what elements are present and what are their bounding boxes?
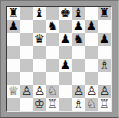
square-e6[interactable]: ♟ — [59, 33, 72, 46]
black-rook-a8[interactable]: ♜ — [8, 7, 19, 20]
square-a4[interactable] — [7, 59, 20, 72]
square-b4[interactable] — [20, 59, 33, 72]
square-h3[interactable] — [98, 72, 111, 85]
square-a2[interactable]: ♕ — [7, 85, 20, 98]
square-a6[interactable] — [7, 33, 20, 46]
white-knight-d2[interactable]: ♘ — [47, 85, 58, 98]
square-g1[interactable]: ♘ — [85, 98, 98, 111]
white-knight-g1[interactable]: ♘ — [86, 98, 97, 111]
square-c4[interactable] — [33, 59, 46, 72]
square-b8[interactable] — [20, 7, 33, 20]
square-e1[interactable] — [59, 98, 72, 111]
white-king-c1[interactable]: ♔ — [34, 98, 45, 111]
square-h2[interactable]: ♙ — [98, 85, 111, 98]
square-c8[interactable]: ♝ — [33, 7, 46, 20]
black-pawn-e6[interactable]: ♟ — [60, 33, 71, 46]
square-g3[interactable] — [85, 72, 98, 85]
square-c5[interactable] — [33, 46, 46, 59]
square-d4[interactable] — [46, 59, 59, 72]
square-c2[interactable]: ♙ — [33, 85, 46, 98]
square-b7[interactable] — [20, 20, 33, 33]
square-f2[interactable]: ♙ — [72, 85, 85, 98]
square-h4[interactable]: ♗ — [98, 59, 111, 72]
square-e5[interactable] — [59, 46, 72, 59]
square-f8[interactable]: ♝ — [72, 7, 85, 20]
black-bishop-f8[interactable]: ♝ — [73, 7, 84, 20]
square-e7[interactable] — [59, 20, 72, 33]
white-pawn-h2[interactable]: ♙ — [99, 85, 110, 98]
square-c1[interactable]: ♔ — [33, 98, 46, 111]
square-h6[interactable]: ♟ — [98, 33, 111, 46]
white-pawn-b2[interactable]: ♙ — [21, 85, 32, 98]
square-c3[interactable] — [33, 72, 46, 85]
black-queen-c6[interactable]: ♛ — [34, 33, 45, 46]
black-rook-h8[interactable]: ♜ — [99, 7, 110, 20]
square-b3[interactable] — [20, 72, 33, 85]
white-pawn-f2[interactable]: ♙ — [73, 85, 84, 98]
square-e8[interactable]: ♚ — [59, 7, 72, 20]
white-rook-d1[interactable]: ♖ — [47, 98, 58, 111]
square-b1[interactable] — [20, 98, 33, 111]
square-b5[interactable] — [20, 46, 33, 59]
square-d6[interactable] — [46, 33, 59, 46]
black-king-e8[interactable]: ♚ — [60, 7, 71, 20]
square-e4[interactable]: ♟ — [59, 59, 72, 72]
square-f3[interactable] — [72, 72, 85, 85]
square-h1[interactable]: ♖ — [98, 98, 111, 111]
square-f1[interactable]: ♗ — [72, 98, 85, 111]
square-d7[interactable]: ♞ — [46, 20, 59, 33]
square-a8[interactable]: ♜ — [7, 7, 20, 20]
white-rook-h1[interactable]: ♖ — [99, 98, 110, 111]
black-knight-d7[interactable]: ♞ — [47, 20, 58, 33]
black-pawn-h6[interactable]: ♟ — [99, 33, 110, 46]
square-c7[interactable] — [33, 20, 46, 33]
white-pawn-c2[interactable]: ♙ — [34, 85, 45, 98]
square-a1[interactable] — [7, 98, 20, 111]
square-a3[interactable] — [7, 72, 20, 85]
square-a7[interactable]: ♟ — [7, 20, 20, 33]
black-pawn-a7[interactable]: ♟ — [8, 20, 19, 33]
square-b6[interactable] — [20, 33, 33, 46]
square-e3[interactable] — [59, 72, 72, 85]
square-h8[interactable]: ♜ — [98, 7, 111, 20]
square-g2[interactable]: ♙ — [85, 85, 98, 98]
square-f7[interactable]: ♟ — [72, 20, 85, 33]
white-bishop-h4[interactable]: ♗ — [99, 59, 110, 72]
square-g7[interactable]: ♟ — [85, 20, 98, 33]
square-g5[interactable] — [85, 46, 98, 59]
square-d1[interactable]: ♖ — [46, 98, 59, 111]
square-e2[interactable] — [59, 85, 72, 98]
square-d5[interactable] — [46, 46, 59, 59]
square-d8[interactable] — [46, 7, 59, 20]
square-b2[interactable]: ♙ — [20, 85, 33, 98]
square-a5[interactable] — [7, 46, 20, 59]
black-pawn-e4[interactable]: ♟ — [60, 59, 71, 72]
square-d3[interactable] — [46, 72, 59, 85]
white-bishop-f1[interactable]: ♗ — [73, 98, 84, 111]
white-pawn-g2[interactable]: ♙ — [86, 85, 97, 98]
board-frame: ♜♝♚♝♜♟♞♟♟♛♟♞♟♟♗♕♙♙♘♙♙♙♔♖♗♘♖ — [0, 0, 119, 118]
white-queen-a2[interactable]: ♕ — [8, 85, 19, 98]
black-bishop-c8[interactable]: ♝ — [34, 7, 45, 20]
square-f5[interactable] — [72, 46, 85, 59]
square-f6[interactable]: ♞ — [72, 33, 85, 46]
square-h7[interactable] — [98, 20, 111, 33]
chess-board: ♜♝♚♝♜♟♞♟♟♛♟♞♟♟♗♕♙♙♘♙♙♙♔♖♗♘♖ — [7, 7, 111, 111]
square-g6[interactable] — [85, 33, 98, 46]
square-g8[interactable] — [85, 7, 98, 20]
square-f4[interactable] — [72, 59, 85, 72]
board-bevel: ♜♝♚♝♜♟♞♟♟♛♟♞♟♟♗♕♙♙♘♙♙♙♔♖♗♘♖ — [6, 6, 112, 112]
square-g4[interactable] — [85, 59, 98, 72]
black-pawn-f7[interactable]: ♟ — [73, 20, 84, 33]
black-pawn-g7[interactable]: ♟ — [86, 20, 97, 33]
square-c6[interactable]: ♛ — [33, 33, 46, 46]
square-h5[interactable] — [98, 46, 111, 59]
square-d2[interactable]: ♘ — [46, 85, 59, 98]
black-knight-f6[interactable]: ♞ — [73, 33, 84, 46]
